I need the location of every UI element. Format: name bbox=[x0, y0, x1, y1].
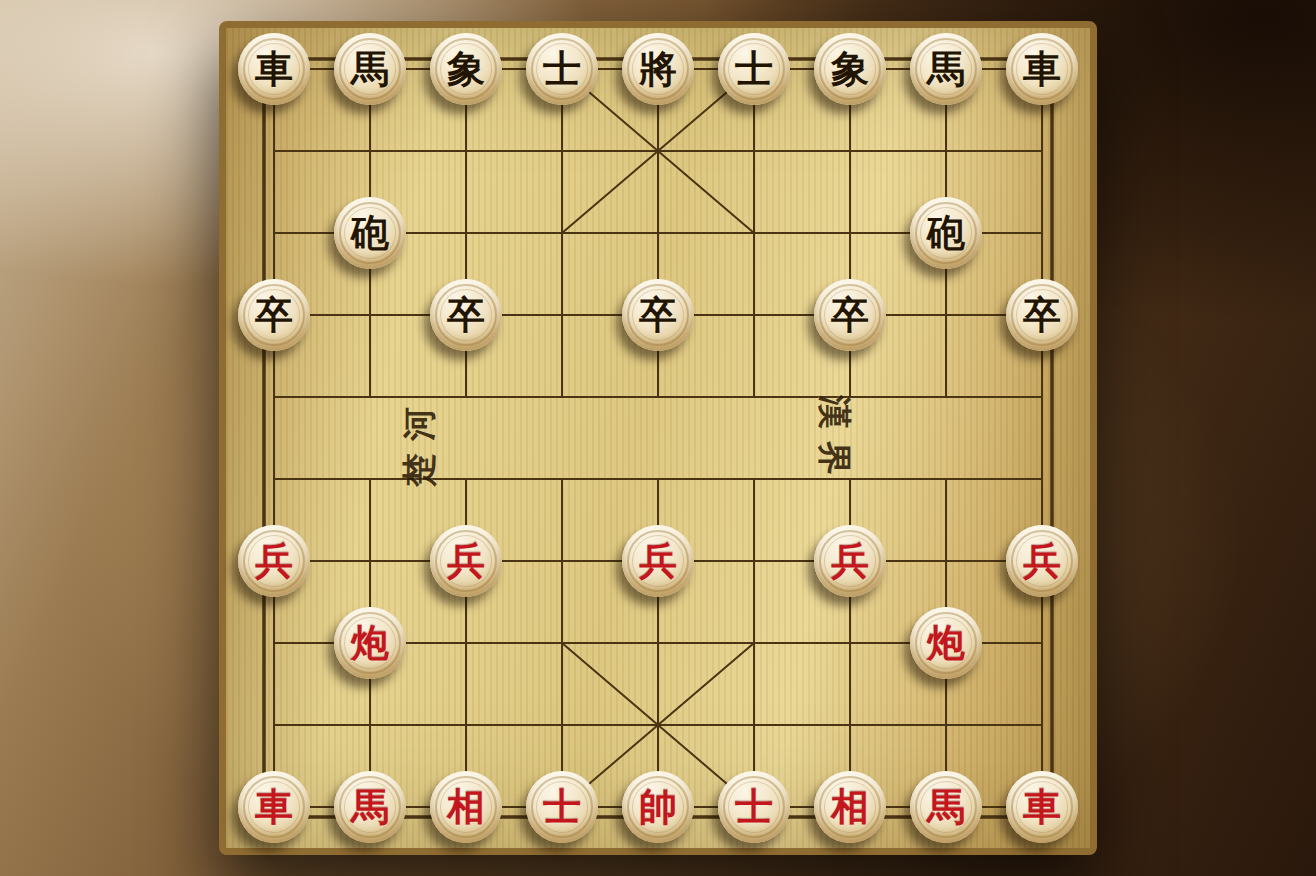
red-elephant-piece[interactable]: 相 bbox=[430, 771, 502, 843]
board-point[interactable] bbox=[898, 438, 994, 520]
piece-character: 兵 bbox=[1023, 542, 1061, 580]
black-elephant-piece[interactable]: 象 bbox=[430, 33, 502, 105]
board-point[interactable]: 卒 bbox=[610, 274, 706, 356]
red-advisor-piece[interactable]: 士 bbox=[526, 771, 598, 843]
piece-character: 炮 bbox=[927, 624, 965, 662]
photo-backdrop: 楚河 漢界 車馬象士將士象馬車砲砲卒卒卒卒卒兵兵兵兵兵炮炮車馬相士帥士相馬車 bbox=[0, 0, 1316, 876]
board-point[interactable] bbox=[226, 356, 322, 438]
red-chariot-piece[interactable]: 車 bbox=[1006, 771, 1078, 843]
board-point[interactable]: 卒 bbox=[418, 274, 514, 356]
board-point[interactable] bbox=[418, 602, 514, 684]
board-point[interactable] bbox=[706, 110, 802, 192]
black-soldier-piece[interactable]: 卒 bbox=[430, 279, 502, 351]
piece-character: 馬 bbox=[351, 50, 389, 88]
board-point[interactable] bbox=[514, 438, 610, 520]
board-point[interactable]: 馬 bbox=[898, 28, 994, 110]
piece-character: 卒 bbox=[1023, 296, 1061, 334]
board-point[interactable] bbox=[898, 520, 994, 602]
board-point[interactable] bbox=[610, 110, 706, 192]
piece-character: 馬 bbox=[927, 788, 965, 826]
board-point[interactable] bbox=[610, 192, 706, 274]
board-point[interactable]: 砲 bbox=[322, 192, 418, 274]
black-elephant-piece[interactable]: 象 bbox=[814, 33, 886, 105]
board-point[interactable] bbox=[802, 192, 898, 274]
piece-character: 象 bbox=[831, 50, 869, 88]
board-point[interactable]: 兵 bbox=[226, 520, 322, 602]
board-point[interactable]: 士 bbox=[706, 28, 802, 110]
red-general-piece[interactable]: 帥 bbox=[622, 771, 694, 843]
board-point[interactable] bbox=[322, 684, 418, 766]
piece-character: 車 bbox=[1023, 788, 1061, 826]
piece-character: 士 bbox=[543, 50, 581, 88]
black-soldier-piece[interactable]: 卒 bbox=[238, 279, 310, 351]
piece-character: 帥 bbox=[639, 788, 677, 826]
board-point[interactable] bbox=[226, 192, 322, 274]
board-point[interactable] bbox=[514, 520, 610, 602]
board-point[interactable]: 帥 bbox=[610, 766, 706, 848]
board-point[interactable] bbox=[514, 602, 610, 684]
red-cannon-piece[interactable]: 炮 bbox=[334, 607, 406, 679]
board-point[interactable]: 炮 bbox=[898, 602, 994, 684]
board-point[interactable] bbox=[322, 438, 418, 520]
board-point[interactable]: 象 bbox=[802, 28, 898, 110]
board-point[interactable] bbox=[994, 602, 1090, 684]
red-chariot-piece[interactable]: 車 bbox=[238, 771, 310, 843]
piece-character: 砲 bbox=[927, 214, 965, 252]
black-horse-piece[interactable]: 馬 bbox=[334, 33, 406, 105]
board-point[interactable] bbox=[418, 192, 514, 274]
board-point[interactable] bbox=[706, 438, 802, 520]
board-point[interactable] bbox=[706, 274, 802, 356]
board-point[interactable] bbox=[610, 602, 706, 684]
board-point[interactable] bbox=[802, 602, 898, 684]
board-point[interactable] bbox=[226, 684, 322, 766]
piece-character: 象 bbox=[447, 50, 485, 88]
board-point[interactable] bbox=[322, 356, 418, 438]
piece-character: 兵 bbox=[639, 542, 677, 580]
board-point[interactable]: 車 bbox=[226, 766, 322, 848]
board-point[interactable]: 象 bbox=[418, 28, 514, 110]
board-point[interactable] bbox=[322, 274, 418, 356]
piece-character: 相 bbox=[447, 788, 485, 826]
piece-character: 炮 bbox=[351, 624, 389, 662]
board-point[interactable]: 砲 bbox=[898, 192, 994, 274]
board-point[interactable] bbox=[418, 438, 514, 520]
piece-character: 卒 bbox=[447, 296, 485, 334]
piece-character: 士 bbox=[735, 50, 773, 88]
board-point[interactable] bbox=[994, 356, 1090, 438]
board-point[interactable] bbox=[514, 110, 610, 192]
board-point[interactable] bbox=[514, 192, 610, 274]
board-point[interactable] bbox=[802, 684, 898, 766]
piece-character: 車 bbox=[255, 50, 293, 88]
red-advisor-piece[interactable]: 士 bbox=[718, 771, 790, 843]
piece-character: 兵 bbox=[255, 542, 293, 580]
board-grid: 車馬象士將士象馬車砲砲卒卒卒卒卒兵兵兵兵兵炮炮車馬相士帥士相馬車 bbox=[226, 28, 1090, 848]
red-elephant-piece[interactable]: 相 bbox=[814, 771, 886, 843]
board-point[interactable]: 車 bbox=[226, 28, 322, 110]
red-soldier-piece[interactable]: 兵 bbox=[238, 525, 310, 597]
black-chariot-piece[interactable]: 車 bbox=[1006, 33, 1078, 105]
red-soldier-piece[interactable]: 兵 bbox=[430, 525, 502, 597]
piece-character: 車 bbox=[255, 788, 293, 826]
board-point[interactable]: 兵 bbox=[610, 520, 706, 602]
board-point[interactable] bbox=[322, 520, 418, 602]
board-point[interactable] bbox=[994, 438, 1090, 520]
board-point[interactable] bbox=[802, 110, 898, 192]
board-point[interactable] bbox=[898, 684, 994, 766]
black-cannon-piece[interactable]: 砲 bbox=[910, 197, 982, 269]
board-point[interactable]: 相 bbox=[418, 766, 514, 848]
board-point[interactable] bbox=[994, 110, 1090, 192]
board-point[interactable] bbox=[706, 602, 802, 684]
board-point[interactable]: 士 bbox=[514, 28, 610, 110]
board-point[interactable]: 馬 bbox=[898, 766, 994, 848]
board-point[interactable]: 炮 bbox=[322, 602, 418, 684]
board-point[interactable]: 兵 bbox=[994, 520, 1090, 602]
board-point[interactable] bbox=[226, 438, 322, 520]
piece-character: 砲 bbox=[351, 214, 389, 252]
board-point[interactable] bbox=[226, 602, 322, 684]
board-point[interactable]: 兵 bbox=[802, 520, 898, 602]
board-point[interactable]: 馬 bbox=[322, 766, 418, 848]
board-point[interactable] bbox=[322, 110, 418, 192]
board-point[interactable]: 車 bbox=[994, 766, 1090, 848]
board-point[interactable] bbox=[610, 356, 706, 438]
board-point[interactable] bbox=[514, 274, 610, 356]
board-point[interactable] bbox=[418, 684, 514, 766]
piece-character: 卒 bbox=[255, 296, 293, 334]
red-soldier-piece[interactable]: 兵 bbox=[814, 525, 886, 597]
black-soldier-piece[interactable]: 卒 bbox=[1006, 279, 1078, 351]
board-point[interactable] bbox=[898, 356, 994, 438]
board-point[interactable]: 卒 bbox=[994, 274, 1090, 356]
piece-character: 兵 bbox=[831, 542, 869, 580]
board-point[interactable] bbox=[610, 438, 706, 520]
board-point[interactable] bbox=[898, 274, 994, 356]
board-point[interactable] bbox=[706, 192, 802, 274]
board-point[interactable] bbox=[994, 684, 1090, 766]
piece-character: 馬 bbox=[927, 50, 965, 88]
board-point[interactable] bbox=[706, 520, 802, 602]
red-cannon-piece[interactable]: 炮 bbox=[910, 607, 982, 679]
red-horse-piece[interactable]: 馬 bbox=[334, 771, 406, 843]
red-horse-piece[interactable]: 馬 bbox=[910, 771, 982, 843]
piece-character: 兵 bbox=[447, 542, 485, 580]
board-point[interactable]: 卒 bbox=[226, 274, 322, 356]
board-point[interactable] bbox=[706, 356, 802, 438]
black-soldier-piece[interactable]: 卒 bbox=[622, 279, 694, 351]
piece-character: 將 bbox=[639, 50, 677, 88]
board-point[interactable] bbox=[514, 356, 610, 438]
black-chariot-piece[interactable]: 車 bbox=[238, 33, 310, 105]
board-point[interactable] bbox=[994, 192, 1090, 274]
board-point[interactable] bbox=[802, 356, 898, 438]
black-soldier-piece[interactable]: 卒 bbox=[814, 279, 886, 351]
piece-character: 卒 bbox=[831, 296, 869, 334]
black-advisor-piece[interactable]: 士 bbox=[718, 33, 790, 105]
black-general-piece[interactable]: 將 bbox=[622, 33, 694, 105]
board-point[interactable]: 相 bbox=[802, 766, 898, 848]
board-point[interactable]: 兵 bbox=[418, 520, 514, 602]
xiangqi-board: 楚河 漢界 車馬象士將士象馬車砲砲卒卒卒卒卒兵兵兵兵兵炮炮車馬相士帥士相馬車 bbox=[219, 21, 1097, 855]
piece-character: 相 bbox=[831, 788, 869, 826]
board-point[interactable] bbox=[706, 684, 802, 766]
board-point[interactable]: 車 bbox=[994, 28, 1090, 110]
piece-character: 馬 bbox=[351, 788, 389, 826]
board-point[interactable]: 士 bbox=[706, 766, 802, 848]
board-point[interactable] bbox=[418, 110, 514, 192]
board-point[interactable] bbox=[226, 110, 322, 192]
black-horse-piece[interactable]: 馬 bbox=[910, 33, 982, 105]
black-advisor-piece[interactable]: 士 bbox=[526, 33, 598, 105]
piece-character: 士 bbox=[543, 788, 581, 826]
black-cannon-piece[interactable]: 砲 bbox=[334, 197, 406, 269]
board-point[interactable] bbox=[514, 684, 610, 766]
piece-character: 士 bbox=[735, 788, 773, 826]
piece-character: 卒 bbox=[639, 296, 677, 334]
red-soldier-piece[interactable]: 兵 bbox=[622, 525, 694, 597]
piece-character: 車 bbox=[1023, 50, 1061, 88]
board-point[interactable] bbox=[418, 356, 514, 438]
board-point[interactable] bbox=[898, 110, 994, 192]
board-point[interactable] bbox=[610, 684, 706, 766]
board-point[interactable]: 卒 bbox=[802, 274, 898, 356]
red-soldier-piece[interactable]: 兵 bbox=[1006, 525, 1078, 597]
board-point[interactable]: 將 bbox=[610, 28, 706, 110]
board-point[interactable]: 士 bbox=[514, 766, 610, 848]
board-point[interactable]: 馬 bbox=[322, 28, 418, 110]
board-point[interactable] bbox=[802, 438, 898, 520]
